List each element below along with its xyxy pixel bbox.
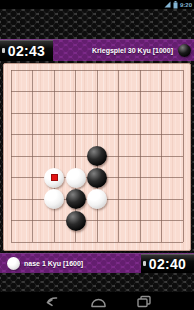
intersection-3-1[interactable] — [22, 124, 44, 146]
black-stone — [87, 168, 107, 188]
intersection-3-7[interactable] — [151, 124, 173, 146]
intersection-1-6[interactable] — [129, 81, 151, 103]
intersection-5-5[interactable] — [108, 167, 130, 189]
intersection-5-8[interactable] — [172, 167, 191, 189]
intersection-6-0[interactable] — [3, 188, 22, 210]
intersection-5-7[interactable] — [151, 167, 173, 189]
last-move-marker — [51, 174, 58, 181]
intersection-2-6[interactable] — [129, 102, 151, 124]
intersection-8-6[interactable] — [129, 231, 151, 251]
intersection-7-0[interactable] — [3, 210, 22, 232]
intersection-4-6[interactable] — [129, 145, 151, 167]
intersection-7-1[interactable] — [22, 210, 44, 232]
intersection-5-4[interactable] — [86, 167, 108, 189]
intersection-2-8[interactable] — [172, 102, 191, 124]
intersection-0-3[interactable] — [65, 63, 87, 81]
timer-notch — [2, 48, 5, 53]
intersection-3-0[interactable] — [3, 124, 22, 146]
intersection-5-6[interactable] — [129, 167, 151, 189]
intersection-2-3[interactable] — [65, 102, 87, 124]
intersection-1-7[interactable] — [151, 81, 173, 103]
intersection-8-5[interactable] — [108, 231, 130, 251]
intersection-4-0[interactable] — [3, 145, 22, 167]
intersection-0-4[interactable] — [86, 63, 108, 81]
intersection-6-1[interactable] — [22, 188, 44, 210]
top-player-bar: 02:43 Kriegspiel 30 Kyu [1000] — [0, 39, 194, 61]
intersection-8-8[interactable] — [172, 231, 191, 251]
intersection-0-8[interactable] — [172, 63, 191, 81]
white-stone — [44, 168, 64, 188]
intersection-0-6[interactable] — [129, 63, 151, 81]
intersection-6-5[interactable] — [108, 188, 130, 210]
intersection-5-1[interactable] — [22, 167, 44, 189]
intersection-1-5[interactable] — [108, 81, 130, 103]
intersection-1-2[interactable] — [43, 81, 65, 103]
intersection-2-5[interactable] — [108, 102, 130, 124]
intersection-0-5[interactable] — [108, 63, 130, 81]
black-stone — [66, 189, 86, 209]
intersection-3-3[interactable] — [65, 124, 87, 146]
intersection-6-8[interactable] — [172, 188, 191, 210]
intersection-4-8[interactable] — [172, 145, 191, 167]
intersection-7-2[interactable] — [43, 210, 65, 232]
white-stone — [87, 189, 107, 209]
intersection-8-1[interactable] — [22, 231, 44, 251]
go-board — [3, 63, 191, 251]
intersection-6-2[interactable] — [43, 188, 65, 210]
intersection-1-1[interactable] — [22, 81, 44, 103]
intersection-1-8[interactable] — [172, 81, 191, 103]
intersection-3-5[interactable] — [108, 124, 130, 146]
recents-icon[interactable] — [136, 295, 152, 308]
white-stone — [44, 189, 64, 209]
intersection-6-6[interactable] — [129, 188, 151, 210]
intersection-8-2[interactable] — [43, 231, 65, 251]
app-screen: 9:20 02:43 Kriegspiel 30 Kyu [1000] nase… — [0, 0, 194, 310]
intersection-8-7[interactable] — [151, 231, 173, 251]
go-board-grid — [3, 63, 191, 251]
white-stone-icon — [7, 257, 20, 270]
intersection-3-4[interactable] — [86, 124, 108, 146]
intersection-4-1[interactable] — [22, 145, 44, 167]
intersection-0-1[interactable] — [22, 63, 44, 81]
intersection-5-0[interactable] — [3, 167, 22, 189]
intersection-6-4[interactable] — [86, 188, 108, 210]
white-player-name: nase 1 Kyu [1600] — [24, 260, 83, 267]
android-nav-bar — [0, 292, 194, 310]
intersection-1-0[interactable] — [3, 81, 22, 103]
black-player-timer: 02:43 — [0, 40, 53, 61]
intersection-2-4[interactable] — [86, 102, 108, 124]
intersection-8-4[interactable] — [86, 231, 108, 251]
black-player-name: Kriegspiel 30 Kyu [1000] — [92, 47, 173, 54]
intersection-4-3[interactable] — [65, 145, 87, 167]
status-clock: 9:20 — [180, 2, 192, 8]
intersection-8-0[interactable] — [3, 231, 22, 251]
intersection-4-7[interactable] — [151, 145, 173, 167]
intersection-0-0[interactable] — [3, 63, 22, 81]
intersection-3-8[interactable] — [172, 124, 191, 146]
intersection-7-5[interactable] — [108, 210, 130, 232]
intersection-8-3[interactable] — [65, 231, 87, 251]
intersection-4-5[interactable] — [108, 145, 130, 167]
battery-icon — [173, 1, 178, 9]
black-stone — [66, 211, 86, 231]
intersection-5-3[interactable] — [65, 167, 87, 189]
white-player-timer: 02:40 — [141, 254, 194, 273]
intersection-6-7[interactable] — [151, 188, 173, 210]
intersection-2-0[interactable] — [3, 102, 22, 124]
intersection-7-7[interactable] — [151, 210, 173, 232]
timer-notch — [143, 261, 146, 266]
intersection-4-4[interactable] — [86, 145, 108, 167]
intersection-0-2[interactable] — [43, 63, 65, 81]
intersection-0-7[interactable] — [151, 63, 173, 81]
intersection-4-2[interactable] — [43, 145, 65, 167]
intersection-7-8[interactable] — [172, 210, 191, 232]
black-stone — [87, 146, 107, 166]
intersection-2-2[interactable] — [43, 102, 65, 124]
intersection-3-6[interactable] — [129, 124, 151, 146]
android-status-bar: 9:20 — [0, 0, 194, 9]
intersection-2-7[interactable] — [151, 102, 173, 124]
intersection-5-2[interactable] — [43, 167, 65, 189]
intersection-6-3[interactable] — [65, 188, 87, 210]
home-icon[interactable] — [90, 295, 107, 308]
intersection-3-2[interactable] — [43, 124, 65, 146]
back-icon[interactable] — [43, 295, 61, 308]
intersection-1-4[interactable] — [86, 81, 108, 103]
intersection-7-3[interactable] — [65, 210, 87, 232]
intersection-1-3[interactable] — [65, 81, 87, 103]
signal-icon — [164, 1, 171, 8]
intersection-7-6[interactable] — [129, 210, 151, 232]
intersection-7-4[interactable] — [86, 210, 108, 232]
intersection-2-1[interactable] — [22, 102, 44, 124]
black-stone-icon — [178, 44, 191, 57]
bottom-player-bar: nase 1 Kyu [1600] 02:40 — [0, 253, 194, 273]
white-stone — [66, 168, 86, 188]
